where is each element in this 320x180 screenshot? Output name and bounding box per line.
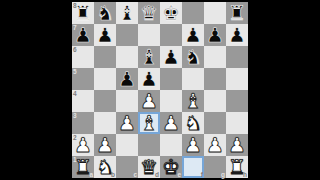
- square-a1[interactable]: 1a♜: [72, 156, 94, 178]
- square-e1[interactable]: e♚: [160, 156, 182, 178]
- piece-black-queen[interactable]: ♛: [138, 2, 160, 24]
- piece-black-knight[interactable]: ♞: [182, 46, 204, 68]
- square-a3[interactable]: 3: [72, 112, 94, 134]
- square-e4[interactable]: [160, 90, 182, 112]
- square-d5[interactable]: ♟: [138, 68, 160, 90]
- square-c5[interactable]: ♟: [116, 68, 138, 90]
- rank-label-5: 5: [73, 69, 77, 76]
- square-f7[interactable]: ♟: [182, 24, 204, 46]
- square-g2[interactable]: ♟: [204, 134, 226, 156]
- piece-black-rook[interactable]: ♜: [226, 2, 248, 24]
- piece-black-pawn[interactable]: ♟: [138, 68, 160, 90]
- piece-white-pawn[interactable]: ♟: [160, 112, 182, 134]
- piece-black-pawn[interactable]: ♟: [116, 68, 138, 90]
- square-b2[interactable]: ♟: [94, 134, 116, 156]
- square-h1[interactable]: h♜: [226, 156, 248, 178]
- square-c2[interactable]: [116, 134, 138, 156]
- file-label-g: g: [221, 172, 225, 179]
- square-e6[interactable]: ♟: [160, 46, 182, 68]
- square-h5[interactable]: [226, 68, 248, 90]
- square-e3[interactable]: ♟: [160, 112, 182, 134]
- piece-white-bishop[interactable]: ♝: [138, 112, 160, 134]
- piece-white-pawn[interactable]: ♟: [138, 90, 160, 112]
- piece-black-rook[interactable]: ♜: [72, 2, 94, 24]
- piece-black-pawn[interactable]: ♟: [72, 24, 94, 46]
- square-f6[interactable]: ♞: [182, 46, 204, 68]
- square-f1[interactable]: f: [182, 156, 204, 178]
- square-c1[interactable]: c: [116, 156, 138, 178]
- square-d1[interactable]: d♛: [138, 156, 160, 178]
- square-h3[interactable]: [226, 112, 248, 134]
- square-c3[interactable]: ♟: [116, 112, 138, 134]
- square-b3[interactable]: [94, 112, 116, 134]
- piece-black-bishop[interactable]: ♝: [138, 46, 160, 68]
- square-g8[interactable]: [204, 2, 226, 24]
- square-h2[interactable]: ♟: [226, 134, 248, 156]
- square-c7[interactable]: [116, 24, 138, 46]
- piece-white-pawn[interactable]: ♟: [116, 112, 138, 134]
- piece-white-rook[interactable]: ♜: [72, 156, 94, 178]
- square-g5[interactable]: [204, 68, 226, 90]
- square-c8[interactable]: ♝: [116, 2, 138, 24]
- piece-black-pawn[interactable]: ♟: [182, 24, 204, 46]
- square-g4[interactable]: [204, 90, 226, 112]
- square-e5[interactable]: [160, 68, 182, 90]
- square-g6[interactable]: [204, 46, 226, 68]
- square-b8[interactable]: ♞: [94, 2, 116, 24]
- square-d3[interactable]: ♝: [138, 112, 160, 134]
- square-h4[interactable]: [226, 90, 248, 112]
- square-a7[interactable]: 7♟: [72, 24, 94, 46]
- piece-black-pawn[interactable]: ♟: [226, 24, 248, 46]
- square-a4[interactable]: 4: [72, 90, 94, 112]
- square-d8[interactable]: ♛: [138, 2, 160, 24]
- square-d4[interactable]: ♟: [138, 90, 160, 112]
- piece-white-pawn[interactable]: ♟: [182, 134, 204, 156]
- square-d6[interactable]: ♝: [138, 46, 160, 68]
- square-c6[interactable]: [116, 46, 138, 68]
- square-g1[interactable]: g: [204, 156, 226, 178]
- square-f5[interactable]: [182, 68, 204, 90]
- square-g3[interactable]: [204, 112, 226, 134]
- square-b7[interactable]: ♟: [94, 24, 116, 46]
- square-a5[interactable]: 5: [72, 68, 94, 90]
- square-a6[interactable]: 6: [72, 46, 94, 68]
- square-d2[interactable]: [138, 134, 160, 156]
- piece-white-king[interactable]: ♚: [160, 156, 182, 178]
- square-f2[interactable]: ♟: [182, 134, 204, 156]
- file-label-f: f: [201, 172, 203, 179]
- square-g7[interactable]: ♟: [204, 24, 226, 46]
- square-h7[interactable]: ♟: [226, 24, 248, 46]
- piece-black-pawn[interactable]: ♟: [204, 24, 226, 46]
- left-black-bar: [0, 0, 72, 180]
- square-f3[interactable]: ♞: [182, 112, 204, 134]
- square-h6[interactable]: [226, 46, 248, 68]
- piece-black-pawn[interactable]: ♟: [160, 46, 182, 68]
- piece-white-knight[interactable]: ♞: [94, 156, 116, 178]
- piece-white-queen[interactable]: ♛: [138, 156, 160, 178]
- square-c4[interactable]: [116, 90, 138, 112]
- piece-white-pawn[interactable]: ♟: [94, 134, 116, 156]
- rank-label-4: 4: [73, 91, 77, 98]
- square-a2[interactable]: 2♟: [72, 134, 94, 156]
- square-a8[interactable]: 8♜: [72, 2, 94, 24]
- piece-black-knight[interactable]: ♞: [94, 2, 116, 24]
- square-f8[interactable]: [182, 2, 204, 24]
- piece-white-pawn[interactable]: ♟: [226, 134, 248, 156]
- piece-black-king[interactable]: ♚: [160, 2, 182, 24]
- piece-white-rook[interactable]: ♜: [226, 156, 248, 178]
- chess-board: 8♜♞♝♛♚♜7♟♟♟♟♟6♝♟♞5♟♟4♟♝3♟♝♟♞2♟♟♟♟♟1a♜b♞c…: [72, 2, 248, 178]
- right-black-bar: [248, 0, 320, 180]
- file-label-c: c: [133, 172, 137, 179]
- square-d7[interactable]: [138, 24, 160, 46]
- square-h8[interactable]: ♜: [226, 2, 248, 24]
- rank-label-6: 6: [73, 47, 77, 54]
- piece-black-pawn[interactable]: ♟: [94, 24, 116, 46]
- square-e2[interactable]: [160, 134, 182, 156]
- square-b1[interactable]: b♞: [94, 156, 116, 178]
- square-f4[interactable]: ♝: [182, 90, 204, 112]
- piece-white-pawn[interactable]: ♟: [72, 134, 94, 156]
- square-e8[interactable]: ♚: [160, 2, 182, 24]
- piece-white-knight[interactable]: ♞: [182, 112, 204, 134]
- square-e7[interactable]: [160, 24, 182, 46]
- piece-black-bishop[interactable]: ♝: [116, 2, 138, 24]
- square-b5[interactable]: [94, 68, 116, 90]
- square-b6[interactable]: [94, 46, 116, 68]
- piece-white-pawn[interactable]: ♟: [204, 134, 226, 156]
- square-b4[interactable]: [94, 90, 116, 112]
- rank-label-3: 3: [73, 113, 77, 120]
- piece-white-bishop[interactable]: ♝: [182, 90, 204, 112]
